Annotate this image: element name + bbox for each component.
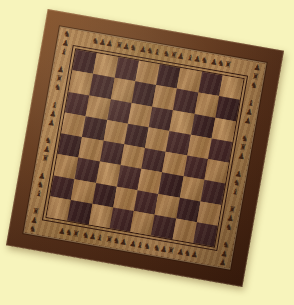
- square-h1[interactable]: [193, 222, 218, 247]
- chessboard: ♞♟♟ ♜♟♞ ♟♞♝ ♞♜♟ ♝♟♞ ♟♞♜ ♟♞♜ ♞♟♝ ♜♞♟ ♟♝♞ …: [6, 9, 284, 287]
- pinstripe-outer: [42, 45, 248, 251]
- pinstripe-inner: [45, 48, 244, 247]
- chess-grid: [47, 50, 244, 247]
- photo-background: ♞♟♟ ♜♟♞ ♟♞♝ ♞♜♟ ♝♟♞ ♟♞♜ ♟♞♜ ♞♟♝ ♜♞♟ ♟♝♞ …: [0, 0, 294, 305]
- ornamental-wood-border: ♞♟♟ ♜♟♞ ♟♞♝ ♞♜♟ ♝♟♞ ♟♞♜ ♟♞♜ ♞♟♝ ♜♞♟ ♟♝♞ …: [25, 28, 266, 269]
